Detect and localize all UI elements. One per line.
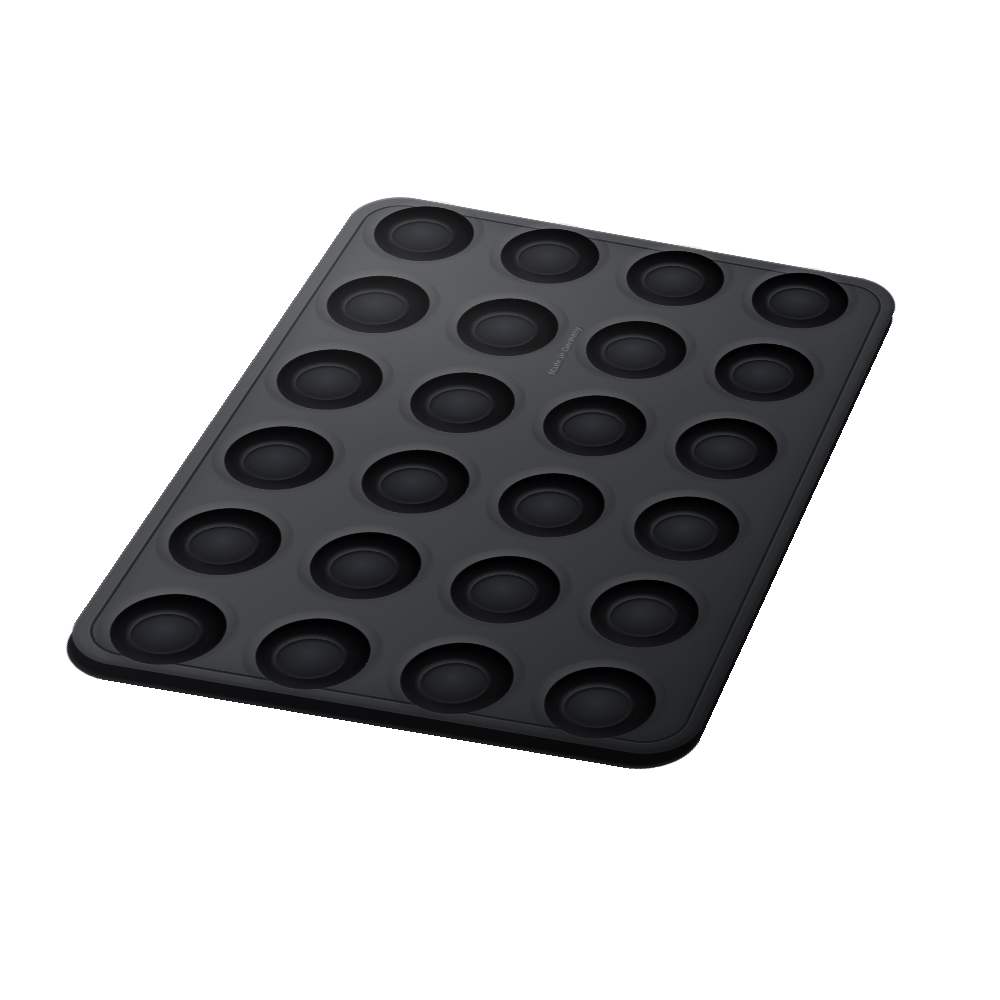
cup-cavity — [740, 266, 859, 335]
cup-cavity — [614, 244, 736, 313]
cup-bottom — [686, 431, 762, 474]
cup-bottom — [421, 385, 500, 428]
cup-cavity — [443, 292, 572, 364]
cup-bottom — [637, 262, 710, 302]
cup-cavity — [360, 199, 488, 268]
cup-bottom — [554, 408, 631, 451]
cup-bottom — [179, 522, 266, 569]
cup-bottom — [120, 609, 210, 659]
cup-bottom — [601, 594, 682, 642]
cup-cavity — [92, 586, 244, 673]
cup-cavity — [576, 572, 712, 655]
product-photo-scene: Made in Germany — [0, 0, 1000, 1000]
cup-bottom — [645, 510, 723, 555]
cup-cavity — [238, 611, 386, 698]
cup-cavity — [294, 524, 437, 607]
cup-bottom — [467, 311, 544, 352]
cup-cavity — [662, 411, 789, 487]
cup-bottom — [235, 440, 319, 485]
cup-cavity — [620, 489, 751, 568]
cup-bottom — [266, 634, 354, 684]
cup-bottom — [555, 682, 639, 732]
cup-bottom — [321, 546, 406, 593]
cup-cavity — [152, 500, 298, 582]
cup-cavity — [384, 635, 528, 722]
cup-cavity — [312, 269, 444, 341]
cup-bottom — [372, 463, 454, 508]
cup-cavity — [261, 342, 397, 417]
cup-cavity — [529, 388, 659, 464]
cup-cavity — [483, 466, 618, 545]
cup-cavity — [346, 443, 484, 522]
cup-bottom — [384, 217, 460, 256]
cup-cavity — [702, 336, 825, 409]
cup-cavity — [435, 548, 574, 631]
cup-cavity — [396, 365, 529, 440]
cup-bottom — [337, 288, 415, 329]
cup-bottom — [511, 240, 585, 280]
cup-bottom — [725, 356, 798, 398]
cup-cavity — [487, 222, 612, 291]
cup-cavity — [208, 419, 349, 498]
cup-bottom — [596, 333, 671, 374]
cup-bottom — [461, 570, 544, 618]
cup-cavity — [529, 659, 670, 746]
cup-bottom — [762, 284, 833, 324]
cup-bottom — [509, 487, 589, 532]
cup-bottom — [411, 658, 497, 708]
muffin-pan: Made in Germany — [53, 190, 906, 762]
cup-cavity — [573, 314, 699, 386]
cup-bottom — [287, 362, 368, 405]
